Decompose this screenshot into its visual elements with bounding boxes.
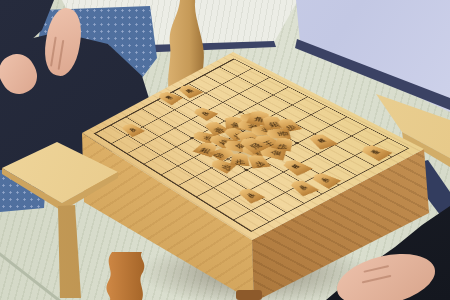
shogi-piece[interactable]: 銀将 [279,157,314,176]
shogi-piece[interactable]: 金将 [357,142,393,161]
board-leg-front [98,252,158,300]
shogi-piece[interactable]: 歩兵 [118,122,146,138]
shogi-piece[interactable]: 歩兵 [190,105,219,121]
shogi-piece[interactable]: 歩兵 [285,178,319,196]
board-leg-back [236,290,262,300]
shogi-piece[interactable]: 歩兵 [235,186,266,204]
shogi-piece[interactable]: 銀将 [305,132,339,150]
shogi-piece[interactable]: 歩 [230,152,251,166]
shogi-photo-scene: 歩香金歩銀桂歩歩角歩金飛歩銀歩歩桂王香歩歩金歩飛香車桂馬歩兵歩兵銀将金将銀将歩兵… [0,0,450,300]
shogi-piece[interactable]: 香車 [154,90,183,106]
